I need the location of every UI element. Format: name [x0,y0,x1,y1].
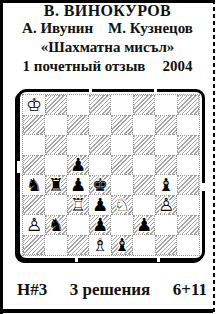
board-inner-border: ♚♔♟♟♞♞♜♜♟♟♚♚♝♝♜♖♟♟♞♘♟♙♟♙♞♞♟♟♟♟♝♗♝♝ [22,94,200,256]
square-h6 [177,135,199,155]
piece-black-king: ♚♚ [90,176,110,194]
square-g8 [155,95,177,115]
square-d7 [89,115,111,135]
square-h5 [177,155,199,175]
stipulation-label: H#3 [17,280,47,300]
piece-white-bishop: ♝♗ [89,235,111,255]
material-count-label: 6+11 [173,280,207,300]
square-e2 [111,215,133,235]
source-title: «Шахматна мисъл» [5,38,210,57]
frame-notch [154,89,157,92]
square-h8 [177,95,199,115]
square-g5 [155,155,177,175]
square-c3: ♜♖ [67,195,89,215]
frame-notch [157,258,160,262]
square-c5: ♟♟ [67,155,89,175]
piece-black-bishop: ♝♝ [112,236,132,254]
square-e8 [111,95,133,115]
piece-black-bishop: ♝♝ [155,175,177,195]
frame-notch [89,89,92,92]
square-f2: ♟♟ [133,215,155,235]
piece-white-king: ♚♔ [23,95,45,115]
square-e1: ♝♝ [111,235,133,255]
square-a3 [23,195,45,215]
square-f3 [133,195,155,215]
award-text: 1 почетный отзыв [23,57,146,76]
square-g3: ♟♙ [155,195,177,215]
square-f4 [133,175,155,195]
square-h4 [177,175,199,195]
square-d5 [89,155,111,175]
square-d6 [89,135,111,155]
square-b2: ♞♞ [45,215,67,235]
solutions-label: 3 решения [70,280,150,300]
square-g7 [155,115,177,135]
square-c8 [67,95,89,115]
piece-black-knight: ♞♞ [23,175,45,195]
piece-black-rook: ♜♜ [46,176,66,194]
piece-black-pawn: ♟♟ [90,216,110,234]
author-second: М. Кузнецов [108,19,193,38]
square-b3 [45,195,67,215]
piece-white-pawn: ♟♙ [156,196,176,214]
square-d1: ♝♗ [89,235,111,255]
piece-white-knight: ♞♘ [112,196,132,214]
card-border-right-dashed [213,0,215,314]
card-border-bottom [0,309,213,313]
chess-board: ♚♔♟♟♞♞♜♜♟♟♚♚♝♝♜♖♟♟♞♘♟♙♟♙♞♞♟♟♟♟♝♗♝♝ [17,89,205,261]
caption-row: H#3 3 решения 6+11 [17,280,207,300]
piece-black-pawn: ♟♟ [67,175,89,195]
piece-black-knight: ♞♞ [46,216,66,234]
piece-black-pawn: ♟♟ [89,195,111,215]
square-e4 [111,175,133,195]
square-d4: ♚♚ [89,175,111,195]
square-b4: ♜♜ [45,175,67,195]
square-a4: ♞♞ [23,175,45,195]
square-e3: ♞♘ [111,195,133,215]
square-a2: ♟♙ [23,215,45,235]
award-year: 2004 [162,57,192,76]
square-c6 [67,135,89,155]
square-b7 [45,115,67,135]
authors-line: А. Ивунин М. Кузнецов [5,19,210,38]
card-border-left [0,0,3,314]
square-h3 [177,195,199,215]
square-h2 [177,215,199,235]
square-d3: ♟♟ [89,195,111,215]
square-d8 [89,95,111,115]
square-e5 [111,155,133,175]
square-f1 [133,235,155,255]
square-f6 [133,135,155,155]
square-g1 [155,235,177,255]
piece-black-pawn: ♟♟ [68,156,88,174]
square-c1 [67,235,89,255]
square-a7 [23,115,45,135]
square-a5 [23,155,45,175]
problem-header: В. ВИНОКУРОВ А. Ивунин М. Кузнецов «Шахм… [5,2,210,76]
piece-black-pawn: ♟♟ [134,216,154,234]
award-line: 1 почетный отзыв 2004 [5,57,210,76]
piece-white-rook: ♜♖ [68,196,88,214]
chess-problem-card: В. ВИНОКУРОВ А. Ивунин М. Кузнецов «Шахм… [0,0,222,314]
square-e6 [111,135,133,155]
square-b1 [45,235,67,255]
square-a6 [23,135,45,155]
piece-white-pawn: ♟♙ [23,215,45,235]
square-c7 [67,115,89,135]
square-d2: ♟♟ [89,215,111,235]
frame-notch [17,161,20,173]
square-e7 [111,115,133,135]
square-f7 [133,115,155,135]
square-g6 [155,135,177,155]
square-b6 [45,135,67,155]
frame-notch [75,258,78,262]
square-b8 [45,95,67,115]
board-grid: ♚♔♟♟♞♞♜♜♟♟♚♚♝♝♜♖♟♟♞♘♟♙♟♙♞♞♟♟♟♟♝♗♝♝ [23,95,199,255]
square-h1 [177,235,199,255]
square-c2 [67,215,89,235]
square-a1 [23,235,45,255]
square-c4: ♟♟ [67,175,89,195]
square-g2 [155,215,177,235]
square-a8: ♚♔ [23,95,45,115]
square-h7 [177,115,199,135]
square-f5 [133,155,155,175]
composer-name: В. ВИНОКУРОВ [5,2,210,19]
frame-notch [202,183,205,191]
square-f8 [133,95,155,115]
author-first: А. Ивунин [22,19,93,38]
square-b5 [45,155,67,175]
square-g4: ♝♝ [155,175,177,195]
